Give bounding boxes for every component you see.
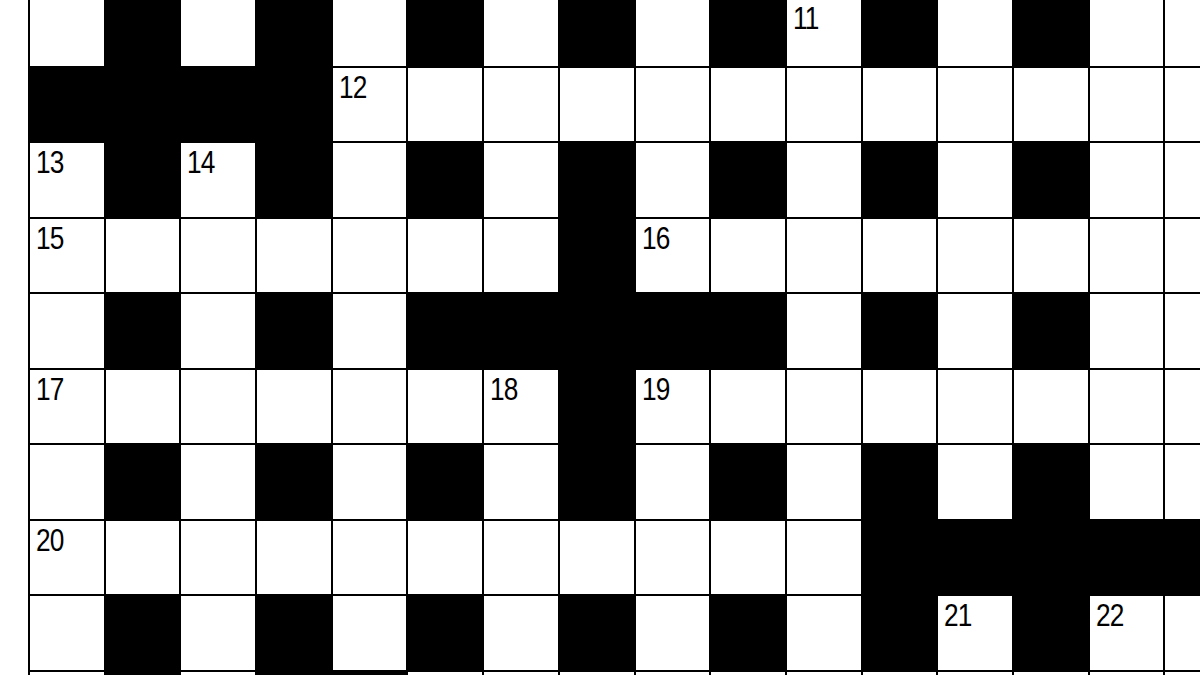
- block-cell-r0c5: [408, 0, 482, 66]
- block-cell-r0c11: [863, 0, 937, 66]
- block-cell-r8c1: [106, 596, 180, 670]
- white-cell-r6c6[interactable]: [484, 445, 558, 519]
- crossword-page: 111213141516171819202122: [0, 0, 1200, 675]
- white-cell-r9c14[interactable]: [1090, 672, 1164, 675]
- white-cell-r9c2[interactable]: [181, 672, 255, 675]
- white-cell-r8c4[interactable]: [333, 596, 407, 670]
- block-cell-r7c11: [863, 521, 937, 595]
- white-cell-r2c8[interactable]: [636, 143, 710, 217]
- white-cell-r3c11[interactable]: [863, 219, 937, 293]
- white-cell-r3c14[interactable]: [1090, 219, 1164, 293]
- block-cell-r7c12: [938, 521, 1012, 595]
- block-cell-r8c3: [257, 596, 331, 670]
- block-cell-r0c9: [711, 0, 785, 66]
- block-cell-r1c2: [181, 68, 255, 142]
- white-cell-r8c14[interactable]: 22: [1090, 596, 1164, 670]
- white-cell-r5c13[interactable]: [1014, 370, 1088, 444]
- white-cell-r8c12[interactable]: 21: [938, 596, 1012, 670]
- white-cell-r5c14[interactable]: [1090, 370, 1164, 444]
- white-cell-r1c8[interactable]: [636, 68, 710, 142]
- white-cell-r3c9[interactable]: [711, 219, 785, 293]
- white-cell-r1c4[interactable]: 12: [333, 68, 407, 142]
- white-cell-r8c10[interactable]: [787, 596, 861, 670]
- white-cell-r3c12[interactable]: [938, 219, 1012, 293]
- white-cell-r3c2[interactable]: [181, 219, 255, 293]
- block-cell-r4c7: [560, 294, 634, 368]
- white-cell-r9c8[interactable]: [636, 672, 710, 675]
- block-cell-r8c7: [560, 596, 634, 670]
- clue-number-11: 11: [793, 2, 819, 34]
- white-cell-r8c8[interactable]: [636, 596, 710, 670]
- white-cell-r6c15[interactable]: [1165, 445, 1200, 519]
- white-cell-r0c0[interactable]: [30, 0, 104, 66]
- white-cell-r1c14[interactable]: [1090, 68, 1164, 142]
- block-cell-r6c3: [257, 445, 331, 519]
- white-cell-r9c10[interactable]: [787, 672, 861, 675]
- clue-number-16: 16: [642, 222, 670, 254]
- white-cell-r8c0[interactable]: [30, 596, 104, 670]
- white-cell-r5c12[interactable]: [938, 370, 1012, 444]
- clue-number-14: 14: [187, 146, 215, 178]
- white-cell-r6c10[interactable]: [787, 445, 861, 519]
- white-cell-r8c15[interactable]: [1165, 596, 1200, 670]
- white-cell-r0c8[interactable]: [636, 0, 710, 66]
- white-cell-r7c7[interactable]: [560, 521, 634, 595]
- white-cell-r9c15[interactable]: [1165, 672, 1200, 675]
- white-cell-r7c3[interactable]: [257, 521, 331, 595]
- block-cell-r1c1: [106, 68, 180, 142]
- white-cell-r6c8[interactable]: [636, 445, 710, 519]
- white-cell-r3c5[interactable]: [408, 219, 482, 293]
- white-cell-r0c2[interactable]: [181, 0, 255, 66]
- white-cell-r7c10[interactable]: [787, 521, 861, 595]
- block-cell-r8c13: [1014, 596, 1088, 670]
- clue-number-19: 19: [642, 373, 670, 405]
- white-cell-r2c15[interactable]: [1165, 143, 1200, 217]
- white-cell-r4c0[interactable]: [30, 294, 104, 368]
- block-cell-r8c11: [863, 596, 937, 670]
- white-cell-r7c9[interactable]: [711, 521, 785, 595]
- white-cell-r9c11[interactable]: [863, 672, 937, 675]
- white-cell-r8c6[interactable]: [484, 596, 558, 670]
- block-cell-r6c9: [711, 445, 785, 519]
- white-cell-r9c0[interactable]: [30, 672, 104, 675]
- block-cell-r0c1: [106, 0, 180, 66]
- block-cell-r1c0: [30, 68, 104, 142]
- white-cell-r5c11[interactable]: [863, 370, 937, 444]
- white-cell-r5c3[interactable]: [257, 370, 331, 444]
- white-cell-r5c9[interactable]: [711, 370, 785, 444]
- white-cell-r4c15[interactable]: [1165, 294, 1200, 368]
- block-cell-r6c1: [106, 445, 180, 519]
- block-cell-r0c7: [560, 0, 634, 66]
- white-cell-r0c15[interactable]: [1165, 0, 1200, 66]
- block-cell-r6c13: [1014, 445, 1088, 519]
- white-cell-r2c0[interactable]: 13: [30, 143, 104, 217]
- white-cell-r7c4[interactable]: [333, 521, 407, 595]
- block-cell-r4c5: [408, 294, 482, 368]
- white-cell-r2c10[interactable]: [787, 143, 861, 217]
- white-cell-r9c13[interactable]: [1014, 672, 1088, 675]
- white-cell-r0c12[interactable]: [938, 0, 1012, 66]
- block-cell-r2c9: [711, 143, 785, 217]
- white-cell-r9c7[interactable]: [560, 672, 634, 675]
- block-cell-r4c11: [863, 294, 937, 368]
- block-cell-r9c3: [257, 672, 331, 675]
- block-cell-r2c1: [106, 143, 180, 217]
- white-cell-r7c5[interactable]: [408, 521, 482, 595]
- white-cell-r5c15[interactable]: [1165, 370, 1200, 444]
- block-cell-r4c8: [636, 294, 710, 368]
- white-cell-r8c2[interactable]: [181, 596, 255, 670]
- clue-number-13: 13: [36, 146, 64, 178]
- block-cell-r2c5: [408, 143, 482, 217]
- block-cell-r6c5: [408, 445, 482, 519]
- white-cell-r1c9[interactable]: [711, 68, 785, 142]
- white-cell-r5c0[interactable]: 17: [30, 370, 104, 444]
- white-cell-r7c8[interactable]: [636, 521, 710, 595]
- white-cell-r3c13[interactable]: [1014, 219, 1088, 293]
- clue-number-21: 21: [944, 599, 972, 631]
- white-cell-r0c6[interactable]: [484, 0, 558, 66]
- block-cell-r4c13: [1014, 294, 1088, 368]
- white-cell-r1c7[interactable]: [560, 68, 634, 142]
- white-cell-r5c5[interactable]: [408, 370, 482, 444]
- white-cell-r3c0[interactable]: 15: [30, 219, 104, 293]
- block-cell-r2c11: [863, 143, 937, 217]
- white-cell-r3c4[interactable]: [333, 219, 407, 293]
- white-cell-r7c1[interactable]: [106, 521, 180, 595]
- white-cell-r9c5[interactable]: [408, 672, 482, 675]
- white-cell-r2c2[interactable]: 14: [181, 143, 255, 217]
- white-cell-r1c6[interactable]: [484, 68, 558, 142]
- block-cell-r4c1: [106, 294, 180, 368]
- white-cell-r0c10[interactable]: 11: [787, 0, 861, 66]
- clue-number-15: 15: [36, 222, 64, 254]
- block-cell-r3c7: [560, 219, 634, 293]
- white-cell-r7c6[interactable]: [484, 521, 558, 595]
- block-cell-r8c5: [408, 596, 482, 670]
- white-cell-r4c10[interactable]: [787, 294, 861, 368]
- white-cell-r3c15[interactable]: [1165, 219, 1200, 293]
- clue-number-12: 12: [339, 71, 367, 103]
- block-cell-r4c9: [711, 294, 785, 368]
- block-cell-r0c3: [257, 0, 331, 66]
- white-cell-r3c6[interactable]: [484, 219, 558, 293]
- block-cell-r1c3: [257, 68, 331, 142]
- white-cell-r5c10[interactable]: [787, 370, 861, 444]
- block-cell-r6c7: [560, 445, 634, 519]
- block-cell-r7c15: [1165, 521, 1200, 595]
- white-cell-r1c10[interactable]: [787, 68, 861, 142]
- block-cell-r4c6: [484, 294, 558, 368]
- block-cell-r0c13: [1014, 0, 1088, 66]
- block-cell-r2c7: [560, 143, 634, 217]
- white-cell-r6c2[interactable]: [181, 445, 255, 519]
- white-cell-r5c6[interactable]: 18: [484, 370, 558, 444]
- white-cell-r2c6[interactable]: [484, 143, 558, 217]
- white-cell-r2c4[interactable]: [333, 143, 407, 217]
- block-cell-r8c9: [711, 596, 785, 670]
- block-cell-r9c1: [106, 672, 180, 675]
- white-cell-r1c5[interactable]: [408, 68, 482, 142]
- white-cell-r5c4[interactable]: [333, 370, 407, 444]
- white-cell-r4c12[interactable]: [938, 294, 1012, 368]
- block-cell-r9c4: [333, 672, 407, 675]
- white-cell-r9c9[interactable]: [711, 672, 785, 675]
- white-cell-r3c3[interactable]: [257, 219, 331, 293]
- block-cell-r7c14: [1090, 521, 1164, 595]
- clue-number-20: 20: [36, 524, 64, 556]
- white-cell-r6c4[interactable]: [333, 445, 407, 519]
- white-cell-r6c14[interactable]: [1090, 445, 1164, 519]
- clue-number-22: 22: [1096, 599, 1124, 631]
- block-cell-r4c3: [257, 294, 331, 368]
- crossword-grid: 111213141516171819202122: [28, 0, 1200, 675]
- block-cell-r6c11: [863, 445, 937, 519]
- white-cell-r3c1[interactable]: [106, 219, 180, 293]
- block-cell-r2c13: [1014, 143, 1088, 217]
- white-cell-r1c13[interactable]: [1014, 68, 1088, 142]
- white-cell-r0c14[interactable]: [1090, 0, 1164, 66]
- block-cell-r7c13: [1014, 521, 1088, 595]
- white-cell-r2c12[interactable]: [938, 143, 1012, 217]
- white-cell-r9c12[interactable]: [938, 672, 1012, 675]
- clue-number-17: 17: [36, 373, 64, 405]
- white-cell-r4c14[interactable]: [1090, 294, 1164, 368]
- white-cell-r7c2[interactable]: [181, 521, 255, 595]
- white-cell-r5c1[interactable]: [106, 370, 180, 444]
- block-cell-r5c7: [560, 370, 634, 444]
- white-cell-r4c4[interactable]: [333, 294, 407, 368]
- white-cell-r6c0[interactable]: [30, 445, 104, 519]
- block-cell-r2c3: [257, 143, 331, 217]
- white-cell-r0c4[interactable]: [333, 0, 407, 66]
- white-cell-r1c12[interactable]: [938, 68, 1012, 142]
- white-cell-r2c14[interactable]: [1090, 143, 1164, 217]
- white-cell-r1c15[interactable]: [1165, 68, 1200, 142]
- white-cell-r9c6[interactable]: [484, 672, 558, 675]
- white-cell-r5c8[interactable]: 19: [636, 370, 710, 444]
- clue-number-18: 18: [490, 373, 518, 405]
- white-cell-r3c10[interactable]: [787, 219, 861, 293]
- white-cell-r7c0[interactable]: 20: [30, 521, 104, 595]
- white-cell-r3c8[interactable]: 16: [636, 219, 710, 293]
- white-cell-r1c11[interactable]: [863, 68, 937, 142]
- white-cell-r4c2[interactable]: [181, 294, 255, 368]
- white-cell-r6c12[interactable]: [938, 445, 1012, 519]
- white-cell-r5c2[interactable]: [181, 370, 255, 444]
